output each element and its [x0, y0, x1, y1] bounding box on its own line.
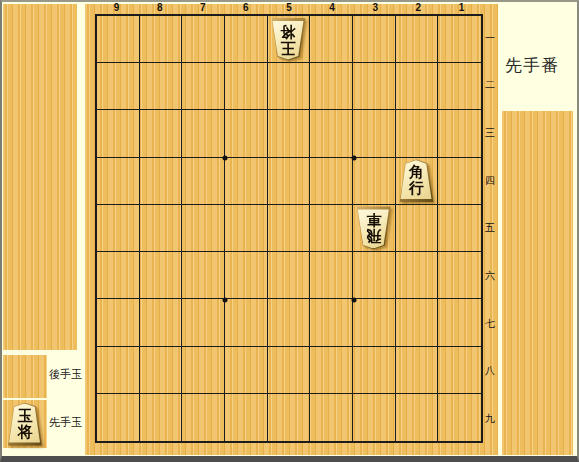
square-6d[interactable]	[225, 158, 268, 205]
hoshi-dot	[223, 298, 228, 303]
shogi-board: 9 8 7 6 5 4 3 2 1 王将角行飛車 一 二 三 四 五 六 七 八…	[85, 4, 498, 455]
square-3a[interactable]	[353, 16, 396, 63]
square-7a[interactable]	[182, 16, 225, 63]
square-5c[interactable]	[268, 110, 311, 157]
square-3i[interactable]	[353, 394, 396, 441]
square-7b[interactable]	[182, 63, 225, 110]
rank-label-7: 七	[483, 300, 497, 348]
file-label-9: 9	[95, 2, 138, 14]
square-5d[interactable]	[268, 158, 311, 205]
square-1e[interactable]	[438, 205, 481, 252]
square-5g[interactable]	[268, 299, 311, 346]
gote-king-tray-label: 後手玉	[49, 368, 89, 381]
sente-king-tray[interactable]: 玉将	[3, 400, 47, 448]
rank-labels: 一 二 三 四 五 六 七 八 九	[483, 14, 497, 443]
square-1f[interactable]	[438, 252, 481, 299]
file-label-6: 6	[224, 2, 267, 14]
square-8a[interactable]	[140, 16, 183, 63]
square-4d[interactable]	[310, 158, 353, 205]
file-label-8: 8	[138, 2, 181, 14]
hoshi-dot	[352, 156, 357, 161]
file-labels: 9 8 7 6 5 4 3 2 1	[95, 2, 483, 14]
square-5e[interactable]	[268, 205, 311, 252]
square-1h[interactable]	[438, 347, 481, 394]
square-4f[interactable]	[310, 252, 353, 299]
square-2h[interactable]	[396, 347, 439, 394]
turn-indicator: 先手番	[505, 56, 559, 76]
square-4c[interactable]	[310, 110, 353, 157]
square-9a[interactable]	[97, 16, 140, 63]
rank-label-1: 一	[483, 14, 497, 62]
sente-king-tray-label: 先手玉	[49, 416, 89, 429]
rank-label-9: 九	[483, 395, 497, 443]
hoshi-dot	[352, 298, 357, 303]
file-label-2: 2	[397, 2, 440, 14]
square-7g[interactable]	[182, 299, 225, 346]
square-4b[interactable]	[310, 63, 353, 110]
gote-king-tray[interactable]	[3, 355, 47, 398]
square-9e[interactable]	[97, 205, 140, 252]
square-1a[interactable]	[438, 16, 481, 63]
square-6h[interactable]	[225, 347, 268, 394]
square-9d[interactable]	[97, 158, 140, 205]
square-3b[interactable]	[353, 63, 396, 110]
rank-label-2: 二	[483, 62, 497, 110]
hoshi-dot	[223, 156, 228, 161]
square-6e[interactable]	[225, 205, 268, 252]
sente-komadai[interactable]	[502, 111, 573, 455]
square-6i[interactable]	[225, 394, 268, 441]
square-3f[interactable]	[353, 252, 396, 299]
piece-角行-sente[interactable]: 角行	[398, 159, 434, 202]
square-2a[interactable]	[396, 16, 439, 63]
square-8f[interactable]	[140, 252, 183, 299]
rank-label-4: 四	[483, 157, 497, 205]
square-8c[interactable]	[140, 110, 183, 157]
piece-玉将-sente[interactable]: 玉将	[7, 403, 43, 446]
square-7h[interactable]	[182, 347, 225, 394]
square-9f[interactable]	[97, 252, 140, 299]
square-5a[interactable]: 王将	[268, 16, 311, 63]
square-7d[interactable]	[182, 158, 225, 205]
square-6b[interactable]	[225, 63, 268, 110]
square-4a[interactable]	[310, 16, 353, 63]
rank-label-6: 六	[483, 252, 497, 300]
square-2c[interactable]	[396, 110, 439, 157]
file-label-4: 4	[311, 2, 354, 14]
gote-komadai[interactable]	[3, 4, 77, 350]
square-8b[interactable]	[140, 63, 183, 110]
square-1i[interactable]	[438, 394, 481, 441]
file-label-1: 1	[440, 2, 483, 14]
square-3h[interactable]	[353, 347, 396, 394]
board-grid: 王将角行飛車	[95, 14, 483, 443]
square-2e[interactable]	[396, 205, 439, 252]
square-9i[interactable]	[97, 394, 140, 441]
square-1b[interactable]	[438, 63, 481, 110]
square-1g[interactable]	[438, 299, 481, 346]
square-2b[interactable]	[396, 63, 439, 110]
shogi-position-editor: 後手玉 玉将 先手玉 9 8 7 6 5 4 3 2 1 王将角行飛車 一 二 …	[0, 0, 579, 462]
square-1d[interactable]	[438, 158, 481, 205]
square-7i[interactable]	[182, 394, 225, 441]
square-2f[interactable]	[396, 252, 439, 299]
square-8h[interactable]	[140, 347, 183, 394]
square-5h[interactable]	[268, 347, 311, 394]
square-9b[interactable]	[97, 63, 140, 110]
square-5f[interactable]	[268, 252, 311, 299]
square-8i[interactable]	[140, 394, 183, 441]
square-3d[interactable]	[353, 158, 396, 205]
square-9g[interactable]	[97, 299, 140, 346]
file-label-5: 5	[267, 2, 310, 14]
square-8d[interactable]	[140, 158, 183, 205]
square-2d[interactable]: 角行	[396, 158, 439, 205]
square-3g[interactable]	[353, 299, 396, 346]
square-1c[interactable]	[438, 110, 481, 157]
square-2g[interactable]	[396, 299, 439, 346]
square-4h[interactable]	[310, 347, 353, 394]
square-4e[interactable]	[310, 205, 353, 252]
rank-label-5: 五	[483, 205, 497, 253]
square-7e[interactable]	[182, 205, 225, 252]
square-9c[interactable]	[97, 110, 140, 157]
square-8g[interactable]	[140, 299, 183, 346]
rank-label-3: 三	[483, 109, 497, 157]
square-4i[interactable]	[310, 394, 353, 441]
square-6c[interactable]	[225, 110, 268, 157]
piece-王将-gote[interactable]: 王将	[270, 18, 306, 61]
square-2i[interactable]	[396, 394, 439, 441]
square-9h[interactable]	[97, 347, 140, 394]
square-6f[interactable]	[225, 252, 268, 299]
file-label-7: 7	[181, 2, 224, 14]
square-7f[interactable]	[182, 252, 225, 299]
square-4g[interactable]	[310, 299, 353, 346]
rank-label-8: 八	[483, 348, 497, 396]
square-5b[interactable]	[268, 63, 311, 110]
square-3c[interactable]	[353, 110, 396, 157]
square-8e[interactable]	[140, 205, 183, 252]
square-3e[interactable]: 飛車	[353, 205, 396, 252]
piece-飛車-gote[interactable]: 飛車	[356, 206, 392, 249]
square-6g[interactable]	[225, 299, 268, 346]
square-7c[interactable]	[182, 110, 225, 157]
square-6a[interactable]	[225, 16, 268, 63]
file-label-3: 3	[354, 2, 397, 14]
square-5i[interactable]	[268, 394, 311, 441]
